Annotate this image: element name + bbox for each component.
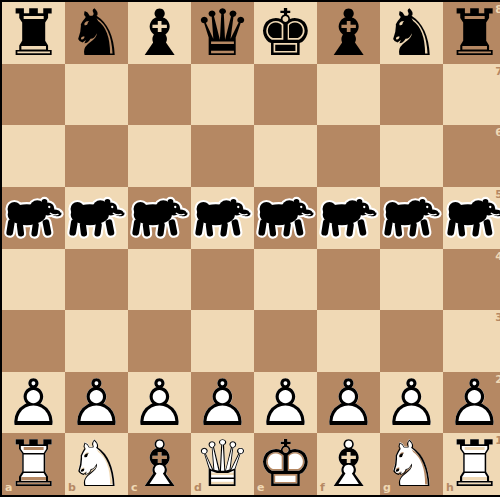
square-g6[interactable] [380, 125, 443, 187]
square-h6[interactable]: 6 [443, 125, 500, 187]
square-e8[interactable]: ♚ [254, 2, 317, 64]
square-g8[interactable]: ♞ [380, 2, 443, 64]
square-d8[interactable]: ♛ [191, 2, 254, 64]
piece-white-knight[interactable]: ♞♘ [380, 433, 443, 495]
square-b3[interactable] [65, 310, 128, 372]
piece-white-pawn[interactable]: ♟♙ [254, 372, 317, 434]
square-g1[interactable]: g♞♘ [380, 433, 443, 495]
square-g4[interactable] [380, 249, 443, 311]
square-f8[interactable]: ♝ [317, 2, 380, 64]
piece-white-bishop[interactable]: ♝♗ [317, 433, 380, 495]
square-a3[interactable] [2, 310, 65, 372]
bear-icon [254, 194, 317, 241]
bear-icon [2, 194, 65, 241]
square-h1[interactable]: 1h♜♖ [443, 433, 500, 495]
square-d3[interactable] [191, 310, 254, 372]
square-f2[interactable]: ♟♙ [317, 372, 380, 434]
square-h7[interactable]: 7 [443, 64, 500, 126]
piece-white-bishop[interactable]: ♝♗ [128, 433, 191, 495]
piece-black-bear[interactable] [443, 187, 500, 249]
square-b4[interactable] [65, 249, 128, 311]
piece-black-bear[interactable] [191, 187, 254, 249]
piece-black-bishop[interactable]: ♝ [128, 2, 191, 64]
square-c8[interactable]: ♝ [128, 2, 191, 64]
square-d6[interactable] [191, 125, 254, 187]
square-d2[interactable]: ♟♙ [191, 372, 254, 434]
bear-icon [65, 194, 128, 241]
piece-black-king[interactable]: ♚ [254, 2, 317, 64]
square-d5[interactable] [191, 187, 254, 249]
board-frame: ♜♞♝♛♚♝♞8♜76 [0, 0, 500, 497]
square-e7[interactable] [254, 64, 317, 126]
bear-icon [443, 194, 500, 241]
piece-white-pawn[interactable]: ♟♙ [128, 372, 191, 434]
piece-black-bear[interactable] [65, 187, 128, 249]
bear-icon [380, 194, 443, 241]
square-g7[interactable] [380, 64, 443, 126]
square-f7[interactable] [317, 64, 380, 126]
rank-label-4: 4 [495, 251, 500, 262]
square-a5[interactable] [2, 187, 65, 249]
square-h2[interactable]: 2♟♙ [443, 372, 500, 434]
square-c1[interactable]: c♝♗ [128, 433, 191, 495]
square-h3[interactable]: 3 [443, 310, 500, 372]
square-c2[interactable]: ♟♙ [128, 372, 191, 434]
piece-black-bishop[interactable]: ♝ [317, 2, 380, 64]
square-c7[interactable] [128, 64, 191, 126]
square-h4[interactable]: 4 [443, 249, 500, 311]
piece-black-knight[interactable]: ♞ [380, 2, 443, 64]
piece-black-rook[interactable]: ♜ [2, 2, 65, 64]
square-d1[interactable]: d♛♕ [191, 433, 254, 495]
piece-white-pawn[interactable]: ♟♙ [65, 372, 128, 434]
piece-black-rook[interactable]: ♜ [443, 2, 500, 64]
square-b8[interactable]: ♞ [65, 2, 128, 64]
piece-white-king[interactable]: ♚♔ [254, 433, 317, 495]
square-a4[interactable] [2, 249, 65, 311]
piece-black-bear[interactable] [2, 187, 65, 249]
piece-black-bear[interactable] [128, 187, 191, 249]
square-f4[interactable] [317, 249, 380, 311]
square-g3[interactable] [380, 310, 443, 372]
square-b2[interactable]: ♟♙ [65, 372, 128, 434]
piece-black-bear[interactable] [317, 187, 380, 249]
square-f3[interactable] [317, 310, 380, 372]
square-c6[interactable] [128, 125, 191, 187]
piece-white-pawn[interactable]: ♟♙ [2, 372, 65, 434]
piece-black-bear[interactable] [380, 187, 443, 249]
square-b1[interactable]: b♞♘ [65, 433, 128, 495]
bear-icon [317, 194, 380, 241]
square-a8[interactable]: ♜ [2, 2, 65, 64]
rank-label-7: 7 [495, 66, 500, 77]
square-b7[interactable] [65, 64, 128, 126]
rank-label-3: 3 [495, 312, 500, 323]
square-e3[interactable] [254, 310, 317, 372]
square-e2[interactable]: ♟♙ [254, 372, 317, 434]
square-a7[interactable] [2, 64, 65, 126]
square-d4[interactable] [191, 249, 254, 311]
piece-white-rook[interactable]: ♜♖ [2, 433, 65, 495]
square-f6[interactable] [317, 125, 380, 187]
square-e6[interactable] [254, 125, 317, 187]
bear-icon [191, 194, 254, 241]
square-e4[interactable] [254, 249, 317, 311]
bear-icon [128, 194, 191, 241]
piece-black-knight[interactable]: ♞ [65, 2, 128, 64]
square-b6[interactable] [65, 125, 128, 187]
square-f5[interactable] [317, 187, 380, 249]
square-d7[interactable] [191, 64, 254, 126]
square-c3[interactable] [128, 310, 191, 372]
square-e5[interactable] [254, 187, 317, 249]
square-b5[interactable] [65, 187, 128, 249]
square-h8[interactable]: 8♜ [443, 2, 500, 64]
chess-board: ♜♞♝♛♚♝♞8♜76 [2, 2, 498, 495]
square-a2[interactable]: ♟♙ [2, 372, 65, 434]
square-f1[interactable]: f♝♗ [317, 433, 380, 495]
piece-white-queen[interactable]: ♛♕ [191, 433, 254, 495]
piece-white-pawn[interactable]: ♟♙ [443, 372, 500, 434]
square-a1[interactable]: a♜♖ [2, 433, 65, 495]
rank-label-6: 6 [495, 127, 500, 138]
piece-white-pawn[interactable]: ♟♙ [317, 372, 380, 434]
square-c4[interactable] [128, 249, 191, 311]
square-a6[interactable] [2, 125, 65, 187]
piece-white-knight[interactable]: ♞♘ [65, 433, 128, 495]
piece-white-pawn[interactable]: ♟♙ [191, 372, 254, 434]
piece-white-rook[interactable]: ♜♖ [443, 433, 500, 495]
square-g2[interactable]: ♟♙ [380, 372, 443, 434]
square-h5[interactable]: 5 [443, 187, 500, 249]
square-g5[interactable] [380, 187, 443, 249]
piece-black-queen[interactable]: ♛ [191, 2, 254, 64]
piece-white-pawn[interactable]: ♟♙ [380, 372, 443, 434]
piece-black-bear[interactable] [254, 187, 317, 249]
square-e1[interactable]: e♚♔ [254, 433, 317, 495]
square-c5[interactable] [128, 187, 191, 249]
